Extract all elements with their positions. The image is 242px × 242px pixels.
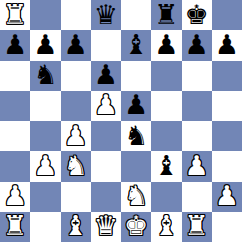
piece-white-pawn[interactable]: ♟ <box>3 182 27 209</box>
square-c2[interactable] <box>61 182 91 212</box>
piece-white-pawn[interactable]: ♟ <box>215 182 239 209</box>
piece-black-pawn[interactable]: ♟ <box>185 31 209 58</box>
square-c1[interactable]: ♝ <box>61 212 91 242</box>
square-a1[interactable]: ♜ <box>0 212 30 242</box>
piece-black-queen[interactable]: ♛ <box>94 1 118 28</box>
square-d8[interactable]: ♛ <box>91 0 121 30</box>
square-f6[interactable] <box>151 61 181 91</box>
square-f2[interactable] <box>151 182 181 212</box>
square-h4[interactable] <box>212 121 242 151</box>
piece-white-bishop[interactable]: ♝ <box>154 212 178 239</box>
square-b3[interactable]: ♟ <box>30 151 60 181</box>
square-c4[interactable]: ♟ <box>61 121 91 151</box>
square-f1[interactable]: ♝ <box>151 212 181 242</box>
piece-white-pawn[interactable]: ♟ <box>185 152 209 179</box>
chess-board: ♜♛♜♚♟♟♟♝♟♟♟♞♟♟♟♟♞♟♞♝♟♟♞♟♜♝♛♚♝♜ <box>0 0 242 242</box>
piece-black-bishop[interactable]: ♝ <box>154 152 178 179</box>
square-b5[interactable] <box>30 91 60 121</box>
piece-black-knight[interactable]: ♞ <box>124 122 148 149</box>
square-a4[interactable] <box>0 121 30 151</box>
square-d5[interactable]: ♟ <box>91 91 121 121</box>
piece-white-queen[interactable]: ♛ <box>94 212 118 239</box>
square-b2[interactable] <box>30 182 60 212</box>
square-g1[interactable]: ♜ <box>182 212 212 242</box>
square-b8[interactable] <box>30 0 60 30</box>
square-g7[interactable]: ♟ <box>182 30 212 60</box>
piece-white-king[interactable]: ♚ <box>124 212 148 239</box>
square-d4[interactable] <box>91 121 121 151</box>
square-f4[interactable] <box>151 121 181 151</box>
piece-black-bishop[interactable]: ♝ <box>124 31 148 58</box>
piece-white-rook[interactable]: ♜ <box>3 212 27 239</box>
square-b1[interactable] <box>30 212 60 242</box>
square-a7[interactable]: ♟ <box>0 30 30 60</box>
square-h8[interactable] <box>212 0 242 30</box>
square-f8[interactable]: ♜ <box>151 0 181 30</box>
square-e5[interactable]: ♟ <box>121 91 151 121</box>
square-h5[interactable] <box>212 91 242 121</box>
square-b7[interactable]: ♟ <box>30 30 60 60</box>
square-c6[interactable] <box>61 61 91 91</box>
square-e2[interactable]: ♞ <box>121 182 151 212</box>
square-f3[interactable]: ♝ <box>151 151 181 181</box>
square-g5[interactable] <box>182 91 212 121</box>
piece-black-pawn[interactable]: ♟ <box>154 31 178 58</box>
square-d1[interactable]: ♛ <box>91 212 121 242</box>
square-e4[interactable]: ♞ <box>121 121 151 151</box>
square-g4[interactable] <box>182 121 212 151</box>
square-b6[interactable]: ♞ <box>30 61 60 91</box>
square-e7[interactable]: ♝ <box>121 30 151 60</box>
square-a8[interactable]: ♜ <box>0 0 30 30</box>
square-b4[interactable] <box>30 121 60 151</box>
piece-black-pawn[interactable]: ♟ <box>64 31 88 58</box>
piece-white-knight[interactable]: ♞ <box>124 182 148 209</box>
piece-black-king[interactable]: ♚ <box>185 1 209 28</box>
piece-white-rook[interactable]: ♜ <box>3 1 27 28</box>
square-e8[interactable] <box>121 0 151 30</box>
square-a2[interactable]: ♟ <box>0 182 30 212</box>
square-d7[interactable] <box>91 30 121 60</box>
square-a3[interactable] <box>0 151 30 181</box>
square-f5[interactable] <box>151 91 181 121</box>
piece-black-pawn[interactable]: ♟ <box>3 31 27 58</box>
piece-black-knight[interactable]: ♞ <box>33 61 57 88</box>
piece-black-pawn[interactable]: ♟ <box>215 31 239 58</box>
piece-white-pawn[interactable]: ♟ <box>33 152 57 179</box>
square-c5[interactable] <box>61 91 91 121</box>
piece-black-pawn[interactable]: ♟ <box>124 91 148 118</box>
square-e3[interactable] <box>121 151 151 181</box>
square-g3[interactable]: ♟ <box>182 151 212 181</box>
square-d2[interactable] <box>91 182 121 212</box>
square-h7[interactable]: ♟ <box>212 30 242 60</box>
piece-white-rook[interactable]: ♜ <box>185 212 209 239</box>
square-e6[interactable] <box>121 61 151 91</box>
piece-white-pawn[interactable]: ♟ <box>94 91 118 118</box>
square-a6[interactable] <box>0 61 30 91</box>
piece-black-pawn[interactable]: ♟ <box>33 31 57 58</box>
square-d6[interactable]: ♟ <box>91 61 121 91</box>
square-h1[interactable] <box>212 212 242 242</box>
square-h6[interactable] <box>212 61 242 91</box>
square-h3[interactable] <box>212 151 242 181</box>
square-c7[interactable]: ♟ <box>61 30 91 60</box>
piece-black-rook[interactable]: ♜ <box>154 1 178 28</box>
square-g6[interactable] <box>182 61 212 91</box>
piece-white-pawn[interactable]: ♟ <box>64 122 88 149</box>
square-g8[interactable]: ♚ <box>182 0 212 30</box>
square-g2[interactable] <box>182 182 212 212</box>
square-d3[interactable] <box>91 151 121 181</box>
piece-black-pawn[interactable]: ♟ <box>94 61 118 88</box>
square-e1[interactable]: ♚ <box>121 212 151 242</box>
square-c8[interactable] <box>61 0 91 30</box>
square-f7[interactable]: ♟ <box>151 30 181 60</box>
square-h2[interactable]: ♟ <box>212 182 242 212</box>
piece-white-bishop[interactable]: ♝ <box>64 212 88 239</box>
piece-white-knight[interactable]: ♞ <box>64 152 88 179</box>
square-a5[interactable] <box>0 91 30 121</box>
square-c3[interactable]: ♞ <box>61 151 91 181</box>
